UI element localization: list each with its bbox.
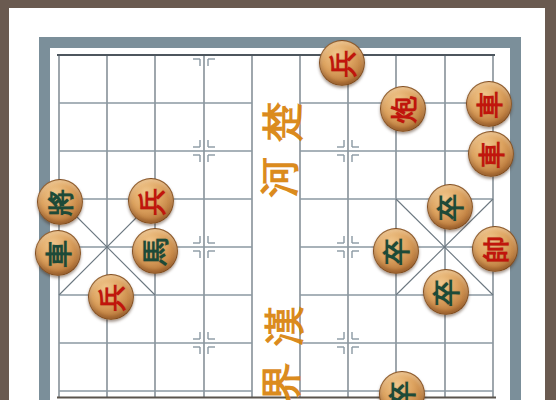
page-border-right <box>545 0 556 400</box>
piece-red-chariot-1[interactable]: 車 <box>466 81 512 127</box>
piece-glyph: 炮 <box>390 96 417 123</box>
piece-glyph: 卒 <box>383 238 410 265</box>
piece-black-soldier-1[interactable]: 卒 <box>427 184 473 230</box>
page-border-top <box>0 0 556 8</box>
piece-glyph: 兵 <box>138 188 165 215</box>
piece-red-general[interactable]: 帥 <box>472 226 518 272</box>
piece-red-soldier-2[interactable]: 兵 <box>128 178 174 224</box>
piece-glyph: 卒 <box>433 279 460 306</box>
piece-glyph: 卒 <box>437 194 464 221</box>
xiangqi-app-window: 楚河漢界 兵炮車車卒卒帥卒將車兵馬兵卒 <box>0 0 556 400</box>
page-border-left <box>0 0 9 400</box>
piece-glyph: 車 <box>45 240 72 267</box>
piece-red-soldier-3[interactable]: 兵 <box>88 274 134 320</box>
piece-black-chariot[interactable]: 車 <box>35 230 81 276</box>
piece-red-chariot-2[interactable]: 車 <box>468 131 514 177</box>
piece-black-soldier-3[interactable]: 卒 <box>423 269 469 315</box>
piece-glyph: 馬 <box>142 238 169 265</box>
river-character: 河 <box>259 157 299 197</box>
river-character: 楚 <box>262 102 302 142</box>
piece-black-horse[interactable]: 馬 <box>132 228 178 274</box>
piece-glyph: 帥 <box>482 236 509 263</box>
piece-glyph: 兵 <box>98 284 125 311</box>
river-character: 漢 <box>264 306 304 346</box>
piece-glyph: 卒 <box>389 381 416 400</box>
river-character: 界 <box>261 362 301 400</box>
piece-glyph: 將 <box>47 189 74 216</box>
piece-glyph: 車 <box>476 91 503 118</box>
piece-red-soldier-1[interactable]: 兵 <box>319 40 365 86</box>
piece-glyph: 車 <box>478 141 505 168</box>
piece-glyph: 兵 <box>329 50 356 77</box>
piece-black-general[interactable]: 將 <box>37 179 83 225</box>
piece-red-cannon[interactable]: 炮 <box>380 86 426 132</box>
piece-black-soldier-2[interactable]: 卒 <box>373 228 419 274</box>
